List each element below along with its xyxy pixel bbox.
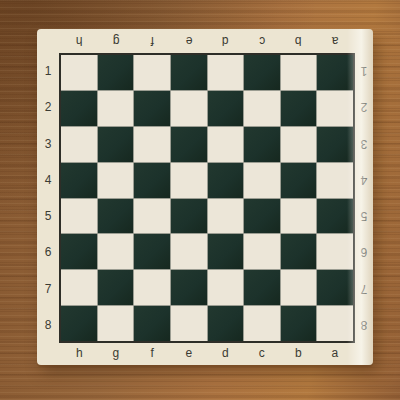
square-g1[interactable] — [98, 55, 134, 90]
file-label-top-f: f — [134, 31, 171, 51]
square-c5[interactable] — [244, 199, 280, 234]
square-d3[interactable] — [208, 127, 244, 162]
square-d5[interactable] — [208, 199, 244, 234]
file-label-top-e: e — [171, 31, 208, 51]
square-e4[interactable] — [171, 163, 207, 198]
rank-label-left-5: 5 — [37, 198, 59, 234]
file-label-top-b: b — [280, 31, 317, 51]
square-b3[interactable] — [281, 127, 317, 162]
rank-label-left-8: 8 — [37, 307, 59, 343]
rank-label-right-3: 3 — [355, 126, 373, 162]
square-h8[interactable] — [61, 306, 97, 341]
square-a2[interactable] — [317, 91, 353, 126]
file-label-top-d: d — [207, 31, 244, 51]
square-g8[interactable] — [98, 306, 134, 341]
file-labels-top: hgfedcba — [61, 31, 353, 51]
square-e1[interactable] — [171, 55, 207, 90]
square-g2[interactable] — [98, 91, 134, 126]
file-label-bottom-a: a — [317, 343, 354, 363]
file-label-bottom-h: h — [61, 343, 98, 363]
file-label-bottom-g: g — [98, 343, 135, 363]
square-c6[interactable] — [244, 234, 280, 269]
rank-label-right-6: 6 — [355, 234, 373, 270]
square-a7[interactable] — [317, 270, 353, 305]
square-d6[interactable] — [208, 234, 244, 269]
file-label-top-c: c — [244, 31, 281, 51]
rank-label-right-8: 8 — [355, 307, 373, 343]
square-g4[interactable] — [98, 163, 134, 198]
file-label-top-g: g — [98, 31, 135, 51]
rank-label-left-4: 4 — [37, 162, 59, 198]
rank-label-right-5: 5 — [355, 198, 373, 234]
square-d2[interactable] — [208, 91, 244, 126]
square-f4[interactable] — [134, 163, 170, 198]
square-d1[interactable] — [208, 55, 244, 90]
square-f5[interactable] — [134, 199, 170, 234]
square-g3[interactable] — [98, 127, 134, 162]
rank-label-right-4: 4 — [355, 162, 373, 198]
file-label-bottom-b: b — [280, 343, 317, 363]
square-e8[interactable] — [171, 306, 207, 341]
square-h6[interactable] — [61, 234, 97, 269]
square-f3[interactable] — [134, 127, 170, 162]
file-label-bottom-d: d — [207, 343, 244, 363]
file-label-top-a: a — [317, 31, 354, 51]
square-h7[interactable] — [61, 270, 97, 305]
square-e3[interactable] — [171, 127, 207, 162]
square-h2[interactable] — [61, 91, 97, 126]
square-e2[interactable] — [171, 91, 207, 126]
rank-labels-left: 12345678 — [37, 53, 59, 343]
square-b1[interactable] — [281, 55, 317, 90]
chessboard — [59, 53, 355, 343]
square-f1[interactable] — [134, 55, 170, 90]
square-a4[interactable] — [317, 163, 353, 198]
square-b8[interactable] — [281, 306, 317, 341]
square-h5[interactable] — [61, 199, 97, 234]
square-b6[interactable] — [281, 234, 317, 269]
rank-label-left-3: 3 — [37, 126, 59, 162]
square-a5[interactable] — [317, 199, 353, 234]
rank-label-left-1: 1 — [37, 53, 59, 89]
square-c8[interactable] — [244, 306, 280, 341]
file-labels-bottom: hgfedcba — [61, 343, 353, 363]
square-b5[interactable] — [281, 199, 317, 234]
file-label-bottom-c: c — [244, 343, 281, 363]
rank-label-right-7: 7 — [355, 271, 373, 307]
wooden-table: hgfedcba hgfedcba 12345678 12345678 — [0, 0, 400, 400]
square-e7[interactable] — [171, 270, 207, 305]
square-c2[interactable] — [244, 91, 280, 126]
square-c3[interactable] — [244, 127, 280, 162]
square-d8[interactable] — [208, 306, 244, 341]
vinyl-chessboard-mat: hgfedcba hgfedcba 12345678 12345678 — [37, 29, 373, 365]
rank-label-left-2: 2 — [37, 89, 59, 125]
square-f2[interactable] — [134, 91, 170, 126]
square-h1[interactable] — [61, 55, 97, 90]
square-c4[interactable] — [244, 163, 280, 198]
square-f8[interactable] — [134, 306, 170, 341]
square-a1[interactable] — [317, 55, 353, 90]
rank-label-right-1: 1 — [355, 53, 373, 89]
file-label-top-h: h — [61, 31, 98, 51]
square-a6[interactable] — [317, 234, 353, 269]
square-d7[interactable] — [208, 270, 244, 305]
square-c1[interactable] — [244, 55, 280, 90]
square-f7[interactable] — [134, 270, 170, 305]
square-a3[interactable] — [317, 127, 353, 162]
file-label-bottom-e: e — [171, 343, 208, 363]
rank-labels-right: 12345678 — [355, 53, 373, 343]
square-h4[interactable] — [61, 163, 97, 198]
square-g6[interactable] — [98, 234, 134, 269]
square-g7[interactable] — [98, 270, 134, 305]
square-a8[interactable] — [317, 306, 353, 341]
rank-label-left-7: 7 — [37, 271, 59, 307]
square-g5[interactable] — [98, 199, 134, 234]
file-label-bottom-f: f — [134, 343, 171, 363]
square-e5[interactable] — [171, 199, 207, 234]
square-b4[interactable] — [281, 163, 317, 198]
square-h3[interactable] — [61, 127, 97, 162]
square-b7[interactable] — [281, 270, 317, 305]
square-b2[interactable] — [281, 91, 317, 126]
square-f6[interactable] — [134, 234, 170, 269]
square-e6[interactable] — [171, 234, 207, 269]
square-d4[interactable] — [208, 163, 244, 198]
square-c7[interactable] — [244, 270, 280, 305]
rank-label-right-2: 2 — [355, 89, 373, 125]
rank-label-left-6: 6 — [37, 234, 59, 270]
